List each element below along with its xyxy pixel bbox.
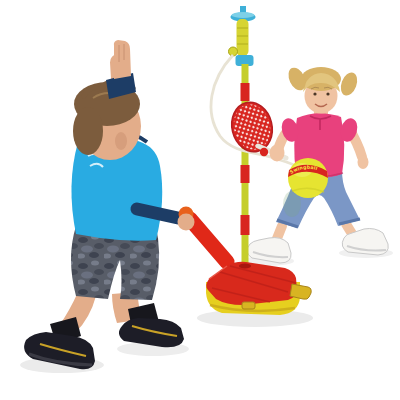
boy-hair-back [73,107,103,155]
paddle-perforations [229,100,275,153]
cord-anchor-knob [229,47,238,56]
pole-socket [239,264,251,269]
girl-grip-hand [270,145,285,162]
pole-top-cap-highlight [232,12,255,18]
pole-red-band-1 [241,83,250,101]
boy-raised-hand [114,40,131,79]
girl-right-hand [358,155,369,169]
boy-ear [115,132,127,150]
boy-bat-hand [178,214,195,231]
boy-bat-forearm-sleeve [137,209,178,218]
paddle-butt-cap [260,148,268,156]
tether-ball: Swingball [288,158,328,198]
product-photo: Swingball [0,0,400,400]
pole-red-band-2 [241,165,250,183]
boy-front-shoe [119,318,184,347]
base-latch [242,302,255,309]
red-bat [190,219,227,262]
girl-right-eye [326,92,329,95]
pole-red-band-3 [241,215,250,235]
girl-left-eye [313,92,316,95]
base-red-lid [206,262,297,305]
ball-body [288,158,328,198]
pole-spring-housing [237,19,249,56]
base-case [206,262,311,315]
girl-right-pigtail [338,70,360,98]
base-handle [290,284,311,299]
swingball-scene: Swingball [0,0,400,400]
boy-figure [24,40,227,369]
paddle [227,98,286,162]
